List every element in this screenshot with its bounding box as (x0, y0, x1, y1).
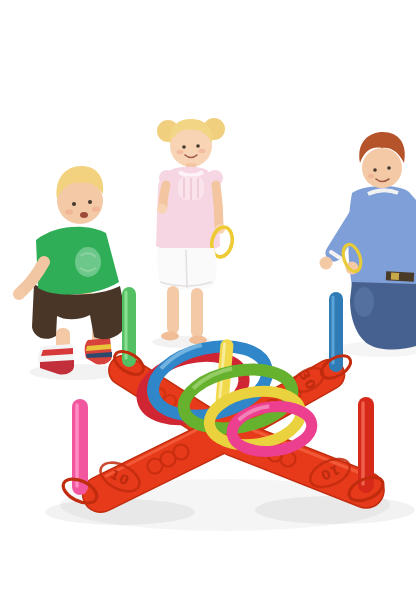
player-left-boy (13, 166, 127, 375)
left-boy-striped-sock-right (85, 338, 112, 365)
right-boy-knee-highlight (354, 287, 374, 317)
left-boy-shirt-print (75, 247, 101, 277)
girl-arm-extended (163, 185, 166, 206)
scene-canvas: 30 10 10 (0, 0, 416, 599)
player-girl (156, 118, 235, 344)
left-boy-front-hand (13, 288, 25, 300)
girl-leg-right (191, 288, 203, 338)
girl-arm-holding (216, 185, 219, 226)
girl-leg-left (167, 286, 179, 334)
ring-toss-scene: 30 10 10 (0, 0, 416, 599)
right-boy-belt (386, 271, 414, 281)
girl-blouse-bib (178, 176, 204, 200)
girl-hand-open (157, 204, 167, 214)
right-boy-hand-left (320, 257, 333, 270)
girl-foot-left (161, 332, 179, 341)
